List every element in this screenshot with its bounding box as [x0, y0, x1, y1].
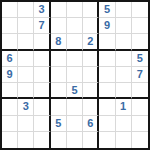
cell-r5c9[interactable]: 7	[132, 67, 148, 83]
cell-r8c9[interactable]	[132, 116, 148, 132]
cell-r4c7[interactable]	[99, 51, 115, 67]
cell-r5c6[interactable]	[83, 67, 99, 83]
cell-r3c3[interactable]	[34, 34, 50, 50]
cell-r4c2[interactable]	[18, 51, 34, 67]
given-digit: 5	[71, 85, 77, 96]
cell-r7c3[interactable]	[34, 99, 50, 115]
cell-r2c8[interactable]	[116, 18, 132, 34]
cell-r9c2[interactable]	[18, 132, 34, 148]
cell-r1c3[interactable]: 3	[34, 2, 50, 18]
given-digit: 9	[7, 69, 13, 80]
given-digit: 7	[38, 20, 44, 31]
cell-r5c4[interactable]	[51, 67, 67, 83]
cell-r1c9[interactable]	[132, 2, 148, 18]
cell-r6c1[interactable]	[2, 83, 18, 99]
cell-r6c2[interactable]	[18, 83, 34, 99]
cell-r4c1[interactable]: 6	[2, 51, 18, 67]
cell-r7c2[interactable]: 3	[18, 99, 34, 115]
cell-r8c2[interactable]	[18, 116, 34, 132]
cell-r1c5[interactable]	[67, 2, 83, 18]
cell-r3c6[interactable]: 2	[83, 34, 99, 50]
cell-r5c5[interactable]	[67, 67, 83, 83]
cell-r1c6[interactable]	[83, 2, 99, 18]
cell-r6c3[interactable]	[34, 83, 50, 99]
cell-r6c5[interactable]: 5	[67, 83, 83, 99]
cell-r4c6[interactable]	[83, 51, 99, 67]
cell-r3c7[interactable]	[99, 34, 115, 50]
given-digit: 2	[87, 36, 93, 47]
cell-r1c2[interactable]	[18, 2, 34, 18]
cell-r3c4[interactable]: 8	[51, 34, 67, 50]
cell-r9c8[interactable]	[116, 132, 132, 148]
cell-r8c4[interactable]: 5	[51, 116, 67, 132]
cell-r7c5[interactable]	[67, 99, 83, 115]
cell-r8c5[interactable]	[67, 116, 83, 132]
cell-r9c7[interactable]	[99, 132, 115, 148]
cell-r9c1[interactable]	[2, 132, 18, 148]
cell-r9c4[interactable]	[51, 132, 67, 148]
cell-r9c5[interactable]	[67, 132, 83, 148]
cell-r1c4[interactable]	[51, 2, 67, 18]
cell-r7c8[interactable]: 1	[116, 99, 132, 115]
cell-r6c7[interactable]	[99, 83, 115, 99]
cell-r2c1[interactable]	[2, 18, 18, 34]
cell-r2c7[interactable]: 9	[99, 18, 115, 34]
cell-r6c4[interactable]	[51, 83, 67, 99]
cell-r5c3[interactable]	[34, 67, 50, 83]
cell-r7c4[interactable]	[51, 99, 67, 115]
cell-r3c9[interactable]	[132, 34, 148, 50]
cell-r3c8[interactable]	[116, 34, 132, 50]
cell-r6c6[interactable]	[83, 83, 99, 99]
cell-r5c7[interactable]	[99, 67, 115, 83]
sudoku-board: 357982659753156	[0, 0, 150, 150]
cell-r8c3[interactable]	[34, 116, 50, 132]
given-digit: 5	[104, 4, 110, 15]
cell-r3c2[interactable]	[18, 34, 34, 50]
cell-r4c9[interactable]: 5	[132, 51, 148, 67]
cell-r4c4[interactable]	[51, 51, 67, 67]
cell-r3c5[interactable]	[67, 34, 83, 50]
given-digit: 3	[23, 101, 29, 112]
cell-r9c9[interactable]	[132, 132, 148, 148]
cell-r4c5[interactable]	[67, 51, 83, 67]
cell-r8c6[interactable]: 6	[83, 116, 99, 132]
cell-r2c6[interactable]	[83, 18, 99, 34]
cell-r3c1[interactable]	[2, 34, 18, 50]
cell-r7c1[interactable]	[2, 99, 18, 115]
given-digit: 6	[7, 53, 13, 64]
given-digit: 6	[87, 118, 93, 129]
cell-r2c3[interactable]: 7	[34, 18, 50, 34]
given-digit: 9	[104, 20, 110, 31]
cell-r7c7[interactable]	[99, 99, 115, 115]
given-digit: 8	[55, 36, 61, 47]
cell-r5c2[interactable]	[18, 67, 34, 83]
cell-r8c8[interactable]	[116, 116, 132, 132]
cell-r1c7[interactable]: 5	[99, 2, 115, 18]
cell-r1c8[interactable]	[116, 2, 132, 18]
cell-r4c3[interactable]	[34, 51, 50, 67]
cell-r9c6[interactable]	[83, 132, 99, 148]
cell-r5c8[interactable]	[116, 67, 132, 83]
cell-r9c3[interactable]	[34, 132, 50, 148]
cell-r2c9[interactable]	[132, 18, 148, 34]
cell-r1c1[interactable]	[2, 2, 18, 18]
given-digit: 7	[137, 69, 143, 80]
cell-r2c5[interactable]	[67, 18, 83, 34]
cell-r5c1[interactable]: 9	[2, 67, 18, 83]
cell-r2c2[interactable]	[18, 18, 34, 34]
given-digit: 5	[137, 53, 143, 64]
cell-r7c9[interactable]	[132, 99, 148, 115]
given-digit: 1	[120, 101, 126, 112]
cell-r7c6[interactable]	[83, 99, 99, 115]
cell-r6c8[interactable]	[116, 83, 132, 99]
cell-r8c1[interactable]	[2, 116, 18, 132]
given-digit: 5	[55, 118, 61, 129]
cell-r6c9[interactable]	[132, 83, 148, 99]
given-digit: 3	[38, 4, 44, 15]
cell-r8c7[interactable]	[99, 116, 115, 132]
cell-r4c8[interactable]	[116, 51, 132, 67]
cell-r2c4[interactable]	[51, 18, 67, 34]
